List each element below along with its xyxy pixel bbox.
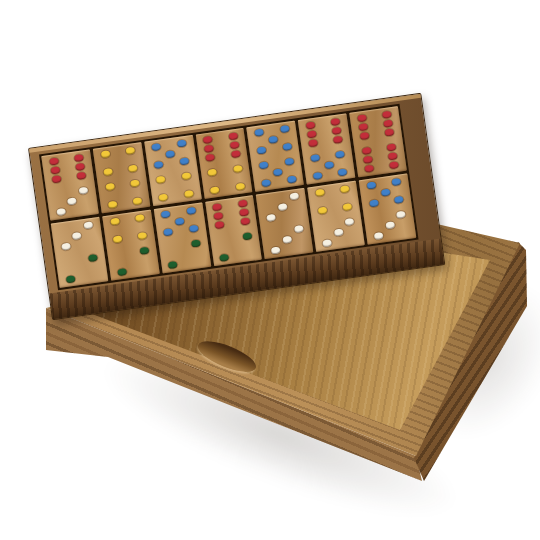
domino-tile[interactable] (359, 173, 416, 244)
domino-tile[interactable] (195, 128, 252, 199)
pip (88, 254, 98, 262)
pip (313, 172, 323, 180)
tile-half-bottom (200, 160, 253, 199)
tile-half-bottom (261, 220, 314, 259)
pip (139, 246, 149, 254)
pip (51, 176, 61, 184)
pip (360, 132, 370, 140)
pip (105, 183, 115, 191)
pip (363, 155, 373, 163)
tile-half-bottom (363, 206, 416, 245)
tile-half-bottom (55, 249, 108, 288)
pip (306, 121, 316, 129)
pip (175, 218, 185, 226)
domino-tile[interactable] (307, 181, 364, 252)
tile-half-bottom (148, 167, 201, 206)
pip (49, 158, 59, 166)
tile-half-bottom (312, 213, 365, 252)
pip (219, 253, 229, 261)
pip (152, 143, 162, 151)
pip (125, 147, 135, 155)
pip (335, 150, 345, 158)
pip (212, 203, 222, 211)
pip (235, 183, 245, 191)
pip (137, 232, 147, 240)
pip (333, 136, 343, 144)
pip (369, 200, 379, 208)
pip (289, 193, 299, 201)
tile-half-bottom (107, 242, 160, 281)
pip (191, 239, 201, 247)
pip (358, 123, 368, 131)
pip (271, 246, 281, 254)
pip (177, 140, 187, 148)
pip (380, 189, 390, 197)
pip (229, 141, 239, 149)
pip (357, 114, 367, 122)
pip (340, 185, 350, 193)
domino-tile[interactable] (349, 106, 406, 177)
pip (273, 168, 283, 176)
pip (388, 152, 398, 160)
pip (154, 161, 164, 169)
pip (214, 212, 224, 220)
domino-tile[interactable] (93, 142, 150, 213)
pip (279, 125, 289, 133)
pip (318, 207, 328, 215)
pip (383, 120, 393, 128)
pip (186, 207, 196, 215)
pip (156, 175, 166, 183)
pip (257, 147, 267, 155)
pip (266, 214, 276, 222)
pip (392, 178, 402, 186)
pip (128, 165, 138, 173)
pip (307, 131, 317, 139)
domino-tile[interactable] (247, 121, 304, 192)
pip (110, 218, 120, 226)
pip (240, 218, 250, 226)
pip (345, 217, 355, 225)
pip (206, 154, 216, 162)
domino-tile[interactable] (298, 113, 355, 184)
pip (324, 161, 334, 169)
pip (112, 236, 122, 244)
pip (159, 193, 169, 201)
pip (181, 172, 191, 180)
pip (233, 165, 243, 173)
tile-half-bottom (158, 235, 211, 274)
pip (231, 150, 241, 158)
pip (238, 200, 248, 208)
pip (268, 136, 278, 144)
pip (184, 190, 194, 198)
pip (385, 129, 395, 137)
pip (310, 154, 320, 162)
pip (107, 201, 117, 209)
tile-half-bottom (303, 146, 356, 185)
pip (282, 143, 292, 151)
pip (367, 182, 377, 190)
pip (77, 172, 87, 180)
pip (103, 168, 113, 176)
pip (61, 243, 71, 251)
pip (130, 179, 140, 187)
domino-tile[interactable] (41, 149, 98, 220)
pip (338, 168, 348, 176)
pip (394, 196, 404, 204)
pip (79, 186, 89, 194)
pip (208, 168, 218, 176)
product-photo-stage (0, 0, 540, 540)
domino-tile[interactable] (256, 188, 313, 259)
pip (210, 186, 220, 194)
pip (72, 232, 82, 240)
pip (396, 210, 406, 218)
pip (362, 146, 372, 154)
pip (204, 145, 214, 153)
domino-tile[interactable] (205, 195, 262, 266)
tile-half-bottom (46, 182, 99, 221)
pip (75, 163, 85, 171)
pip (389, 161, 399, 169)
pip (387, 143, 397, 151)
pip (259, 161, 269, 169)
pip (215, 221, 225, 229)
pip (282, 235, 292, 243)
pip (385, 221, 395, 229)
pip (293, 225, 303, 233)
pip (168, 261, 178, 269)
tile-half-bottom (209, 227, 262, 266)
pip (189, 225, 199, 233)
pip (343, 203, 353, 211)
pip (50, 167, 60, 175)
pip (164, 229, 174, 237)
domino-tile[interactable] (51, 217, 108, 288)
pip (179, 158, 189, 166)
pip (242, 232, 252, 240)
pip (239, 209, 249, 217)
pip (84, 221, 94, 229)
pip (254, 129, 264, 137)
tile-half-bottom (97, 174, 150, 213)
pip (117, 268, 127, 276)
pip (100, 150, 110, 158)
pip (287, 175, 297, 183)
pip (382, 111, 392, 119)
pip (261, 179, 271, 187)
tile-half-bottom (251, 153, 304, 192)
tile-half-bottom (354, 138, 407, 177)
pip (308, 140, 318, 148)
pip (56, 208, 66, 216)
domino-tile[interactable] (144, 135, 201, 206)
pip (322, 239, 332, 247)
pip (334, 228, 344, 236)
pip (284, 157, 294, 165)
pip (135, 214, 145, 222)
pip (315, 189, 325, 197)
pip (74, 154, 84, 162)
pip (161, 210, 171, 218)
pip (364, 164, 374, 172)
pip (67, 197, 77, 205)
pip (332, 127, 342, 135)
pip (374, 232, 384, 240)
domino-tile[interactable] (153, 202, 210, 273)
pip (278, 203, 288, 211)
pip (331, 118, 341, 126)
pip (165, 150, 175, 158)
pip (203, 136, 213, 144)
domino-tile[interactable] (102, 210, 159, 281)
pip (228, 132, 238, 140)
pip (132, 197, 142, 205)
pip (65, 275, 75, 283)
